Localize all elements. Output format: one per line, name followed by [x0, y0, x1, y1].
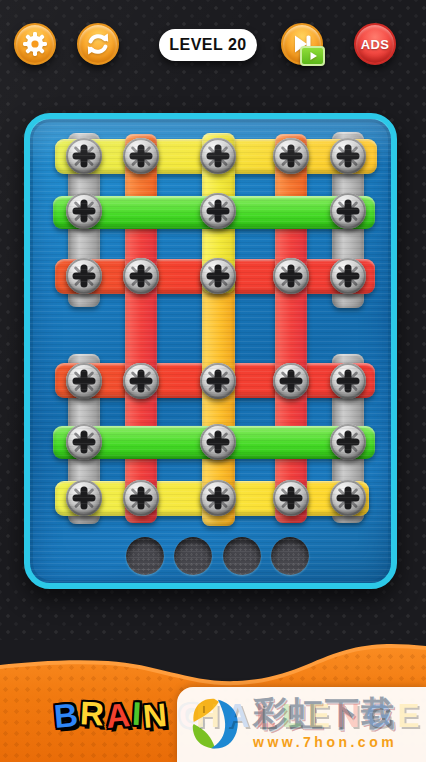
screw-r5-c5[interactable] [330, 424, 366, 460]
screw-r1-c3[interactable] [200, 138, 236, 174]
screw-r4-c2[interactable] [123, 363, 159, 399]
gear-icon [22, 31, 48, 57]
empty-hole-4[interactable] [271, 537, 309, 575]
screw-r6-c2[interactable] [123, 480, 159, 516]
empty-hole-1[interactable] [126, 537, 164, 575]
game-screen: LEVEL 20 ADS BRAINC HALLENGE [0, 0, 426, 762]
watermark-title: 彩虹下载 [253, 693, 397, 733]
watermark-url: www.7hon.com [253, 734, 397, 750]
screw-r3-c5[interactable] [330, 258, 366, 294]
screw-r3-c3[interactable] [200, 258, 236, 294]
screw-r3-c4[interactable] [273, 258, 309, 294]
screw-r2-c1[interactable] [66, 193, 102, 229]
brand-letter: R [79, 691, 105, 736]
brand-letter: A [104, 693, 132, 739]
skip-level-button[interactable] [281, 23, 323, 65]
brand-letter: N [141, 693, 169, 739]
brand-letter: I [130, 692, 141, 736]
screw-r4-c3[interactable] [200, 363, 236, 399]
screw-r6-c4[interactable] [273, 480, 309, 516]
screw-r1-c5[interactable] [330, 138, 366, 174]
level-label: LEVEL 20 [169, 36, 247, 54]
screw-r2-c3[interactable] [200, 193, 236, 229]
settings-button[interactable] [14, 23, 56, 65]
screw-r6-c5[interactable] [330, 480, 366, 516]
screw-r6-c1[interactable] [66, 480, 102, 516]
brand-letter: B [52, 693, 80, 739]
ads-button[interactable]: ADS [354, 23, 396, 65]
ads-label: ADS [361, 37, 390, 52]
video-ad-badge-icon [300, 46, 325, 66]
refresh-icon [85, 31, 111, 57]
screw-r1-c1[interactable] [66, 138, 102, 174]
planks-layer [30, 119, 391, 583]
screw-r5-c3[interactable] [200, 424, 236, 460]
screw-r4-c5[interactable] [330, 363, 366, 399]
level-indicator: LEVEL 20 [159, 29, 257, 61]
screw-r1-c4[interactable] [273, 138, 309, 174]
screw-r2-c5[interactable] [330, 193, 366, 229]
screw-r1-c2[interactable] [123, 138, 159, 174]
empty-hole-2[interactable] [174, 537, 212, 575]
watermark-logo-icon [185, 693, 247, 759]
screw-r5-c1[interactable] [66, 424, 102, 460]
screw-r6-c3[interactable] [200, 480, 236, 516]
empty-hole-3[interactable] [223, 537, 261, 575]
puzzle-board [24, 113, 397, 589]
wave-divider [0, 640, 426, 690]
screw-r3-c1[interactable] [66, 258, 102, 294]
restart-button[interactable] [77, 23, 119, 65]
screw-r4-c4[interactable] [273, 363, 309, 399]
screw-r3-c2[interactable] [123, 258, 159, 294]
screw-r4-c1[interactable] [66, 363, 102, 399]
watermark-overlay: 彩虹下载 www.7hon.com [177, 687, 426, 762]
